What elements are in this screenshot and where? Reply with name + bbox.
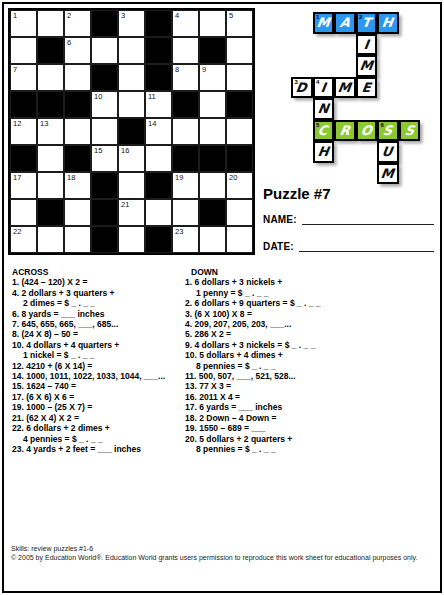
logo-cell: M [334, 77, 356, 99]
across-clues-column: ACROSS 1. (424 – 120) X 2 =4. 2 dollars … [12, 267, 165, 454]
black-cell [145, 64, 172, 91]
grid-cell[interactable]: 6 [64, 37, 91, 64]
grid-cell[interactable]: 19 [172, 172, 199, 199]
logo-letter: D [295, 81, 308, 94]
grid-cell[interactable] [199, 10, 226, 37]
grid-cell[interactable] [118, 64, 145, 91]
logo-cell: S [399, 120, 421, 142]
grid-cell[interactable]: 4 [172, 10, 199, 37]
logo-cell: 6S [377, 120, 399, 142]
grid-cell[interactable] [226, 226, 253, 253]
logo-cell: 2T [356, 12, 378, 34]
logo-letter: O [360, 124, 373, 137]
clue-number: 20 [229, 173, 237, 182]
grid-cell[interactable]: 14 [145, 118, 172, 145]
clue-number: 14 [148, 119, 156, 128]
grid-cell[interactable] [145, 199, 172, 226]
grid-cell[interactable]: 15 [91, 145, 118, 172]
grid-cell[interactable] [64, 226, 91, 253]
grid-cell[interactable]: 23 [172, 226, 199, 253]
clue-text: 17. 6 yards = ___ inches [185, 402, 321, 412]
grid-cell[interactable]: 8 [172, 64, 199, 91]
clue-number: 13 [40, 119, 48, 128]
black-cell [91, 226, 118, 253]
name-label: NAME: [263, 214, 297, 225]
logo-letter: H [381, 16, 394, 29]
black-cell [37, 199, 64, 226]
grid-cell[interactable]: 20 [226, 172, 253, 199]
grid-cell[interactable] [199, 118, 226, 145]
clue-text: 19. 1000 – (25 X 7) = [12, 402, 165, 412]
logo-cell: M [377, 163, 399, 185]
across-heading: ACROSS [12, 267, 165, 277]
clue-number: 5 [229, 11, 233, 20]
logo-cell: H [377, 12, 399, 34]
clue-text: 10. 4 dollars + 4 quarters + [12, 340, 165, 350]
grid-cell[interactable] [118, 226, 145, 253]
grid-cell[interactable] [199, 91, 226, 118]
logo-cell: 1M [313, 12, 335, 34]
grid-cell[interactable] [91, 37, 118, 64]
clue-text: 1. (424 – 120) X 2 = [12, 277, 165, 287]
clue-number: 19 [175, 173, 183, 182]
clue-text: 4. 209, 207, 205, 203, ___... [185, 319, 321, 329]
clue-text: 12. 4210 + (6 X 14) = [12, 361, 165, 371]
black-cell [64, 91, 91, 118]
black-cell [145, 226, 172, 253]
black-cell [91, 64, 118, 91]
worksheet-page: 1234567891011121314151617181920212223 1M… [0, 0, 444, 595]
grid-cell[interactable] [226, 199, 253, 226]
clue-number: 1 [13, 11, 17, 20]
logo-cell: H [313, 141, 335, 163]
clue-text: 16. 2011 X 4 = [185, 392, 321, 402]
grid-cell[interactable] [64, 118, 91, 145]
grid-cell[interactable] [226, 118, 253, 145]
clue-number: 16 [121, 146, 129, 155]
grid-cell[interactable] [64, 199, 91, 226]
clue-text: 8 pennies = $ _ . _ _ [185, 361, 321, 371]
logo-letter: H [317, 145, 330, 158]
black-cell [199, 37, 226, 64]
crossword-grid: 1234567891011121314151617181920212223 [8, 8, 255, 255]
grid-cell[interactable] [37, 226, 64, 253]
black-cell [226, 91, 253, 118]
clue-text: 19. 1550 – 689 = ___ [185, 423, 321, 433]
grid-cell[interactable] [64, 64, 91, 91]
clue-text: 9. 4 dollars + 3 nickels = $ _ . _ _ [185, 340, 321, 350]
logo-letter: T [361, 16, 372, 29]
logo-cell: 3D [291, 77, 313, 99]
clue-number: 9 [202, 65, 206, 74]
logo-letter: U [382, 145, 394, 158]
clue-text: 1. 6 dollars + 3 nickels + [185, 277, 321, 287]
clue-text: 6. 8 yards = ___ inches [12, 309, 165, 319]
logo-cell: N [313, 98, 335, 120]
logo-letter: A [339, 16, 351, 29]
across-clue-list: 1. (424 – 120) X 2 =4. 2 dollars + 3 qua… [12, 277, 165, 454]
logo-letter: M [316, 16, 331, 29]
black-cell [172, 91, 199, 118]
copyright-note: © 2005 by Education World®. Education Wo… [11, 554, 417, 561]
clue-text: 7. 645, 655, 665, ___, 685... [12, 319, 165, 329]
grid-cell[interactable] [172, 199, 199, 226]
logo-letter: I [320, 81, 327, 94]
clue-text: 5. 286 X 2 = [185, 329, 321, 339]
grid-cell[interactable]: 5 [226, 10, 253, 37]
clue-text: 2. 6 dollars + 9 quarters = $ _ . _ _ [185, 298, 321, 308]
logo-letter: S [404, 124, 415, 137]
grid-cell[interactable] [10, 37, 37, 64]
grid-cell[interactable] [37, 145, 64, 172]
page-title: Puzzle #7 [263, 185, 331, 202]
grid-cell[interactable] [226, 37, 253, 64]
logo-cell: R [334, 120, 356, 142]
clue-text: 20. 5 dollars + 2 quarters + [185, 434, 321, 444]
clue-number: 2 [67, 11, 71, 20]
clue-text: 4. 2 dollars + 3 quarters + [12, 288, 165, 298]
clue-text: 15. 1624 – 740 = [12, 381, 165, 391]
grid-cell[interactable]: 2 [64, 10, 91, 37]
clue-number: 12 [13, 119, 21, 128]
down-heading: DOWN [185, 267, 321, 277]
grid-cell[interactable] [37, 64, 64, 91]
logo-cell: M [356, 55, 378, 77]
logo-cell: U [377, 141, 399, 163]
clue-number: 15 [94, 146, 102, 155]
black-cell [118, 118, 145, 145]
clue-text: 23. 4 yards + 2 feet = ___ inches [12, 444, 165, 454]
clue-text: 21. (62 X 4) X 2 = [12, 413, 165, 423]
grid-cell[interactable]: 10 [91, 91, 118, 118]
clue-number: 7 [13, 65, 17, 74]
logo-letter: M [359, 59, 374, 72]
black-cell [145, 172, 172, 199]
clue-text: 10. 5 dollars + 4 dimes + [185, 350, 321, 360]
clue-number: 6 [67, 38, 71, 47]
date-field-row: DATE: [263, 240, 434, 252]
grid-cell[interactable] [199, 172, 226, 199]
grid-cell[interactable]: 18 [64, 172, 91, 199]
clue-number: 10 [94, 92, 102, 101]
black-cell [199, 199, 226, 226]
grid-cell[interactable] [10, 199, 37, 226]
clue-number: 22 [13, 227, 21, 236]
logo-letter: E [361, 81, 372, 94]
grid-cell[interactable] [118, 91, 145, 118]
clue-number: 23 [175, 227, 183, 236]
grid-cell[interactable]: 1 [10, 10, 37, 37]
date-blank-line[interactable] [299, 240, 434, 252]
grid-cell[interactable]: 21 [118, 199, 145, 226]
grid-cell[interactable] [199, 226, 226, 253]
clue-number: 8 [175, 65, 179, 74]
logo-letter: N [317, 102, 330, 115]
logo-cell: 4I [313, 77, 335, 99]
logo-cell: A [334, 12, 356, 34]
logo-letter: M [337, 81, 352, 94]
math-cross-logo: 1MA2THIM3D4IMEN5CRO6SSHUM [291, 12, 420, 184]
grid-cell[interactable]: 13 [37, 118, 64, 145]
black-cell [91, 10, 118, 37]
clue-text: 8. (24 X 8) – 50 = [12, 329, 165, 339]
clue-text: 1 nickel = $ _ . _ _ [12, 350, 165, 360]
down-clue-list: 1. 6 dollars + 3 nickels +1 penny = $ _ … [185, 277, 321, 454]
name-blank-line[interactable] [302, 213, 434, 225]
logo-cell: I [356, 34, 378, 56]
clue-text: 22. 6 dollars + 2 dimes + [12, 423, 165, 433]
logo-letter: I [363, 38, 370, 51]
grid-cell[interactable] [37, 172, 64, 199]
black-cell [10, 91, 37, 118]
black-cell [91, 172, 118, 199]
grid-cell[interactable] [172, 37, 199, 64]
clue-text: 4 pennies = $ _ . _ _ [12, 434, 165, 444]
clue-text: 17. (6 X 6) X 6 = [12, 392, 165, 402]
black-cell [10, 145, 37, 172]
black-cell [226, 145, 253, 172]
logo-clue-number: 4 [316, 79, 319, 86]
grid-cell[interactable] [172, 118, 199, 145]
grid-cell[interactable]: 7 [10, 64, 37, 91]
black-cell [145, 37, 172, 64]
clue-text: 8 pennies = $ _ . _ _ [185, 444, 321, 454]
clue-text: 11. 500, 507, ___, 521, 528... [185, 371, 321, 381]
grid-cell[interactable] [226, 64, 253, 91]
grid-cell[interactable]: 17 [10, 172, 37, 199]
grid-cell[interactable] [118, 37, 145, 64]
clue-text: 13. 77 X 3 = [185, 381, 321, 391]
logo-letter: S [382, 124, 393, 137]
date-label: DATE: [263, 241, 294, 252]
name-field-row: NAME: [263, 213, 434, 225]
black-cell [37, 37, 64, 64]
grid-cell[interactable]: 16 [118, 145, 145, 172]
grid-cell[interactable]: 11 [145, 91, 172, 118]
clue-number: 17 [13, 173, 21, 182]
clue-number: 18 [67, 173, 75, 182]
logo-letter: C [318, 124, 329, 137]
logo-cell: O [356, 120, 378, 142]
clue-text: 18. 2 Down – 4 Down = [185, 413, 321, 423]
black-cell [199, 145, 226, 172]
logo-cell: 5C [313, 120, 335, 142]
skills-note: Skills: review puzzles #1-6 [11, 545, 93, 552]
clue-text: 14. 1000, 1011, 1022, 1033, 1044, ___... [12, 371, 165, 381]
grid-cell[interactable]: 3 [118, 10, 145, 37]
grid-cell[interactable] [37, 10, 64, 37]
black-cell [91, 199, 118, 226]
grid-cell[interactable]: 9 [199, 64, 226, 91]
black-cell [37, 91, 64, 118]
logo-letter: M [380, 167, 395, 180]
clue-text: 2 dimes = $ _ . _ _ [12, 298, 165, 308]
clue-text: 1 penny = $ _ . _ _ [185, 288, 321, 298]
grid-cell[interactable] [91, 118, 118, 145]
clue-number: 11 [148, 92, 156, 101]
grid-cell[interactable]: 22 [10, 226, 37, 253]
black-cell [64, 145, 91, 172]
logo-cell: E [356, 77, 378, 99]
black-cell [172, 145, 199, 172]
clue-number: 21 [121, 200, 129, 209]
grid-cell[interactable] [145, 145, 172, 172]
logo-letter: R [339, 124, 351, 137]
clue-number: 4 [175, 11, 179, 20]
grid-cell[interactable] [118, 172, 145, 199]
clue-number: 3 [121, 11, 125, 20]
down-clues-column: DOWN 1. 6 dollars + 3 nickels +1 penny =… [185, 267, 321, 454]
black-cell [145, 10, 172, 37]
clue-text: 3. (6 X 100) X 8 = [185, 309, 321, 319]
grid-cell[interactable]: 12 [10, 118, 37, 145]
